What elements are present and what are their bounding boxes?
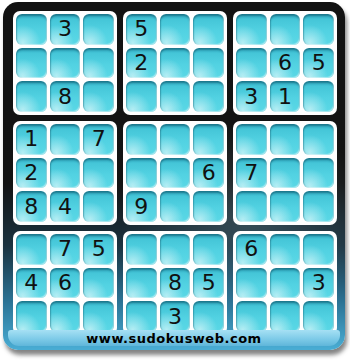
sudoku-cell[interactable]: 2 <box>16 158 47 189</box>
sudoku-cell[interactable] <box>236 268 267 299</box>
sudoku-cell[interactable] <box>160 48 191 79</box>
sudoku-box: 52 <box>123 11 227 115</box>
sudoku-cell[interactable]: 1 <box>16 124 47 155</box>
sudoku-cell[interactable] <box>83 301 114 332</box>
sudoku-cell[interactable]: 5 <box>83 234 114 265</box>
sudoku-cell[interactable]: 6 <box>236 234 267 265</box>
sudoku-cell[interactable] <box>83 81 114 112</box>
sudoku-cell[interactable] <box>16 234 47 265</box>
sudoku-cell[interactable] <box>270 14 301 45</box>
sudoku-cell[interactable] <box>270 124 301 155</box>
sudoku-cell[interactable] <box>16 48 47 79</box>
sudoku-cell[interactable] <box>160 191 191 222</box>
sudoku-cell[interactable] <box>83 14 114 45</box>
sudoku-cell[interactable]: 3 <box>50 14 81 45</box>
sudoku-cell[interactable] <box>236 301 267 332</box>
sudoku-board: 3852653117284697754685363 <box>13 11 337 335</box>
sudoku-cell[interactable]: 1 <box>270 81 301 112</box>
sudoku-box: 7546 <box>13 231 117 335</box>
sudoku-cell[interactable] <box>126 301 157 332</box>
sudoku-cell[interactable]: 7 <box>83 124 114 155</box>
sudoku-cell[interactable] <box>193 124 224 155</box>
sudoku-cell[interactable] <box>50 158 81 189</box>
sudoku-cell[interactable]: 8 <box>160 268 191 299</box>
sudoku-cell[interactable] <box>236 48 267 79</box>
sudoku-cell[interactable] <box>236 14 267 45</box>
sudoku-cell[interactable] <box>303 124 334 155</box>
sudoku-cell[interactable] <box>126 81 157 112</box>
sudoku-cell[interactable] <box>50 124 81 155</box>
sudoku-cell[interactable] <box>193 81 224 112</box>
sudoku-cell[interactable] <box>160 234 191 265</box>
sudoku-cell[interactable] <box>193 48 224 79</box>
sudoku-cell[interactable] <box>50 48 81 79</box>
sudoku-cell[interactable]: 2 <box>126 48 157 79</box>
sudoku-cell[interactable]: 5 <box>126 14 157 45</box>
sudoku-cell[interactable] <box>160 14 191 45</box>
sudoku-cell[interactable] <box>126 124 157 155</box>
sudoku-cell[interactable]: 3 <box>160 301 191 332</box>
sudoku-cell[interactable]: 4 <box>50 191 81 222</box>
sudoku-box: 69 <box>123 121 227 225</box>
sudoku-cell[interactable] <box>83 268 114 299</box>
sudoku-cell[interactable] <box>303 14 334 45</box>
sudoku-cell[interactable] <box>160 158 191 189</box>
sudoku-cell[interactable] <box>236 191 267 222</box>
sudoku-cell[interactable] <box>83 48 114 79</box>
sudoku-cell[interactable] <box>270 234 301 265</box>
sudoku-cell[interactable]: 7 <box>236 158 267 189</box>
sudoku-cell[interactable]: 9 <box>126 191 157 222</box>
sudoku-cell[interactable] <box>126 234 157 265</box>
sudoku-box: 853 <box>123 231 227 335</box>
sudoku-cell[interactable]: 8 <box>16 191 47 222</box>
sudoku-cell[interactable] <box>193 14 224 45</box>
sudoku-cell[interactable] <box>303 81 334 112</box>
sudoku-cell[interactable]: 6 <box>270 48 301 79</box>
sudoku-cell[interactable] <box>303 234 334 265</box>
website-url-label: www.sudokusweb.com <box>86 331 261 346</box>
sudoku-cell[interactable]: 7 <box>50 234 81 265</box>
sudoku-cell[interactable] <box>270 301 301 332</box>
sudoku-box: 38 <box>13 11 117 115</box>
sudoku-cell[interactable] <box>303 191 334 222</box>
sudoku-cell[interactable] <box>193 191 224 222</box>
sudoku-cell[interactable] <box>303 301 334 332</box>
sudoku-box: 6531 <box>233 11 337 115</box>
sudoku-cell[interactable] <box>270 158 301 189</box>
sudoku-cell[interactable] <box>16 14 47 45</box>
sudoku-cell[interactable]: 6 <box>193 158 224 189</box>
sudoku-cell[interactable] <box>236 124 267 155</box>
sudoku-cell[interactable] <box>126 268 157 299</box>
sudoku-cell[interactable] <box>270 191 301 222</box>
board-frame: 3852653117284697754685363 www.sudokusweb… <box>3 2 345 350</box>
sudoku-cell[interactable] <box>16 81 47 112</box>
sudoku-cell[interactable] <box>193 234 224 265</box>
sudoku-cell[interactable] <box>83 158 114 189</box>
sudoku-cell[interactable]: 6 <box>50 268 81 299</box>
sudoku-cell[interactable] <box>83 191 114 222</box>
sudoku-box: 7 <box>233 121 337 225</box>
footer-band: www.sudokusweb.com <box>8 330 340 346</box>
sudoku-cell[interactable]: 5 <box>193 268 224 299</box>
sudoku-cell[interactable] <box>160 124 191 155</box>
sudoku-cell[interactable]: 8 <box>50 81 81 112</box>
sudoku-cell[interactable] <box>270 268 301 299</box>
sudoku-cell[interactable] <box>303 158 334 189</box>
sudoku-cell[interactable] <box>50 301 81 332</box>
sudoku-cell[interactable]: 3 <box>303 268 334 299</box>
sudoku-cell[interactable]: 5 <box>303 48 334 79</box>
sudoku-box: 17284 <box>13 121 117 225</box>
sudoku-cell[interactable] <box>193 301 224 332</box>
sudoku-cell[interactable]: 3 <box>236 81 267 112</box>
sudoku-box: 63 <box>233 231 337 335</box>
sudoku-cell[interactable] <box>16 301 47 332</box>
sudoku-cell[interactable] <box>160 81 191 112</box>
sudoku-cell[interactable] <box>126 158 157 189</box>
sudoku-cell[interactable]: 4 <box>16 268 47 299</box>
